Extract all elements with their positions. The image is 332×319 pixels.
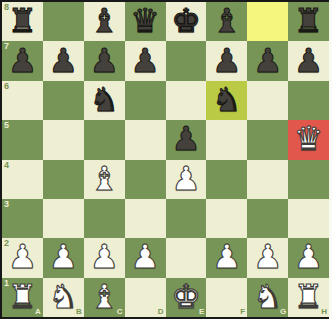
- square-e7[interactable]: [166, 41, 207, 80]
- black-pawn[interactable]: ♟: [130, 44, 160, 77]
- black-pawn[interactable]: ♟: [171, 122, 201, 155]
- white-pawn[interactable]: ♟: [212, 240, 242, 273]
- square-c6[interactable]: ♞: [84, 81, 125, 120]
- square-h6[interactable]: [288, 81, 329, 120]
- square-a4[interactable]: 4: [2, 160, 43, 199]
- black-pawn[interactable]: ♟: [212, 44, 242, 77]
- square-g8[interactable]: [247, 2, 288, 41]
- file-label-d: D: [158, 308, 164, 316]
- black-rook[interactable]: ♜: [8, 4, 38, 37]
- white-king[interactable]: ♚: [171, 280, 201, 313]
- square-f4[interactable]: [206, 160, 247, 199]
- square-d2[interactable]: ♟: [125, 238, 166, 277]
- black-knight[interactable]: ♞: [89, 83, 119, 116]
- white-bishop[interactable]: ♝: [89, 162, 119, 195]
- black-pawn[interactable]: ♟: [89, 44, 119, 77]
- square-f8[interactable]: ♝: [206, 2, 247, 41]
- square-a5[interactable]: 5: [2, 120, 43, 159]
- square-d3[interactable]: [125, 199, 166, 238]
- square-h2[interactable]: ♟: [288, 238, 329, 277]
- square-f7[interactable]: ♟: [206, 41, 247, 80]
- white-pawn[interactable]: ♟: [171, 162, 201, 195]
- square-f3[interactable]: [206, 199, 247, 238]
- white-rook[interactable]: ♜: [294, 280, 324, 313]
- white-rook[interactable]: ♜: [8, 280, 38, 313]
- square-e4[interactable]: ♟: [166, 160, 207, 199]
- black-pawn[interactable]: ♟: [253, 44, 283, 77]
- square-e5[interactable]: ♟: [166, 120, 207, 159]
- square-b5[interactable]: [43, 120, 84, 159]
- square-g5[interactable]: [247, 120, 288, 159]
- square-g1[interactable]: G♞: [247, 278, 288, 317]
- rank-label-6: 6: [4, 82, 9, 91]
- black-rook[interactable]: ♜: [294, 4, 324, 37]
- black-bishop[interactable]: ♝: [212, 4, 242, 37]
- square-g7[interactable]: ♟: [247, 41, 288, 80]
- square-d5[interactable]: [125, 120, 166, 159]
- square-b4[interactable]: [43, 160, 84, 199]
- square-h4[interactable]: [288, 160, 329, 199]
- rank-label-5: 5: [4, 121, 9, 130]
- square-b6[interactable]: [43, 81, 84, 120]
- black-pawn[interactable]: ♟: [8, 44, 38, 77]
- black-queen[interactable]: ♛: [130, 4, 160, 37]
- white-pawn[interactable]: ♟: [130, 240, 160, 273]
- rank-label-4: 4: [4, 161, 9, 170]
- square-d7[interactable]: ♟: [125, 41, 166, 80]
- board-frame: 8♜♝♛♚♝♜7♟♟♟♟♟♟♟6♞♞5♟♛4♝♟32♟♟♟♟♟♟♟1A♜B♞C♝…: [0, 0, 329, 319]
- square-c5[interactable]: [84, 120, 125, 159]
- white-bishop[interactable]: ♝: [89, 280, 119, 313]
- square-f2[interactable]: ♟: [206, 238, 247, 277]
- white-knight[interactable]: ♞: [253, 280, 283, 313]
- white-pawn[interactable]: ♟: [8, 240, 38, 273]
- square-e2[interactable]: [166, 238, 207, 277]
- file-label-f: F: [240, 308, 245, 316]
- square-f5[interactable]: [206, 120, 247, 159]
- square-a7[interactable]: 7♟: [2, 41, 43, 80]
- square-e8[interactable]: ♚: [166, 2, 207, 41]
- square-c8[interactable]: ♝: [84, 2, 125, 41]
- square-a3[interactable]: 3: [2, 199, 43, 238]
- white-pawn[interactable]: ♟: [294, 240, 324, 273]
- square-b8[interactable]: [43, 2, 84, 41]
- square-h7[interactable]: ♟: [288, 41, 329, 80]
- white-knight[interactable]: ♞: [49, 280, 79, 313]
- square-b2[interactable]: ♟: [43, 238, 84, 277]
- square-a1[interactable]: 1A♜: [2, 278, 43, 317]
- white-queen[interactable]: ♛: [294, 122, 324, 155]
- chess-board[interactable]: 8♜♝♛♚♝♜7♟♟♟♟♟♟♟6♞♞5♟♛4♝♟32♟♟♟♟♟♟♟1A♜B♞C♝…: [2, 2, 329, 317]
- white-pawn[interactable]: ♟: [89, 240, 119, 273]
- black-pawn[interactable]: ♟: [294, 44, 324, 77]
- black-pawn[interactable]: ♟: [49, 44, 79, 77]
- square-e1[interactable]: E♚: [166, 278, 207, 317]
- square-d4[interactable]: [125, 160, 166, 199]
- square-d1[interactable]: D: [125, 278, 166, 317]
- rank-label-3: 3: [4, 200, 9, 209]
- chess-app-screenshot: 8♜♝♛♚♝♜7♟♟♟♟♟♟♟6♞♞5♟♛4♝♟32♟♟♟♟♟♟♟1A♜B♞C♝…: [0, 0, 332, 319]
- square-e3[interactable]: [166, 199, 207, 238]
- square-d8[interactable]: ♛: [125, 2, 166, 41]
- square-h5[interactable]: ♛: [288, 120, 329, 159]
- square-h3[interactable]: [288, 199, 329, 238]
- square-b3[interactable]: [43, 199, 84, 238]
- square-f1[interactable]: F: [206, 278, 247, 317]
- square-g6[interactable]: [247, 81, 288, 120]
- square-c2[interactable]: ♟: [84, 238, 125, 277]
- square-h1[interactable]: H♜: [288, 278, 329, 317]
- square-g3[interactable]: [247, 199, 288, 238]
- square-a8[interactable]: 8♜: [2, 2, 43, 41]
- square-d6[interactable]: [125, 81, 166, 120]
- square-a6[interactable]: 6: [2, 81, 43, 120]
- square-b7[interactable]: ♟: [43, 41, 84, 80]
- square-e6[interactable]: [166, 81, 207, 120]
- black-king[interactable]: ♚: [171, 4, 201, 37]
- square-c3[interactable]: [84, 199, 125, 238]
- square-b1[interactable]: B♞: [43, 278, 84, 317]
- white-pawn[interactable]: ♟: [49, 240, 79, 273]
- black-knight[interactable]: ♞: [212, 83, 242, 116]
- square-f6[interactable]: ♞: [206, 81, 247, 120]
- square-c4[interactable]: ♝: [84, 160, 125, 199]
- square-a2[interactable]: 2♟: [2, 238, 43, 277]
- white-pawn[interactable]: ♟: [253, 240, 283, 273]
- black-bishop[interactable]: ♝: [89, 4, 119, 37]
- square-g4[interactable]: [247, 160, 288, 199]
- square-c1[interactable]: C♝: [84, 278, 125, 317]
- square-g2[interactable]: ♟: [247, 238, 288, 277]
- square-c7[interactable]: ♟: [84, 41, 125, 80]
- square-h8[interactable]: ♜: [288, 2, 329, 41]
